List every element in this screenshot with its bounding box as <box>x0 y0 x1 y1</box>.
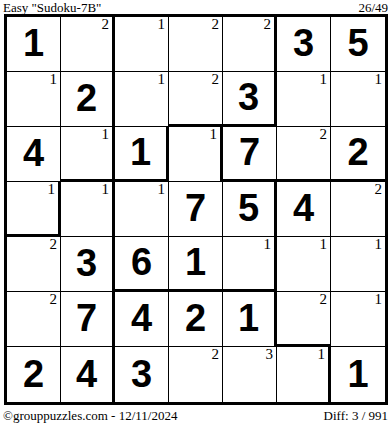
pencil-mark: 1 <box>50 72 58 87</box>
cell-r2c6[interactable]: 1 <box>277 72 331 127</box>
pencil-mark: 2 <box>212 72 220 87</box>
given-digit: 1 <box>23 24 44 62</box>
given-digit: 7 <box>76 299 97 337</box>
given-digit: 1 <box>185 243 206 281</box>
pencil-mark: 1 <box>320 72 328 87</box>
pencil-mark: 2 <box>212 347 220 362</box>
pencil-mark: 2 <box>50 292 58 307</box>
cell-r1c5[interactable]: 2 <box>223 17 277 72</box>
cell-r7c1[interactable]: 2 <box>7 347 61 402</box>
cell-r5c6[interactable]: 1 <box>277 237 331 292</box>
given-digit: 3 <box>293 24 314 62</box>
cell-r5c3[interactable]: 6 <box>115 237 169 292</box>
cell-r7c4[interactable]: 2 <box>169 347 223 402</box>
pencil-mark: 2 <box>320 127 328 142</box>
pencil-mark: 1 <box>375 237 383 252</box>
pencil-mark: 1 <box>318 347 326 362</box>
given-digit: 4 <box>76 355 97 393</box>
cell-r6c1[interactable]: 2 <box>7 292 61 347</box>
given-digit: 4 <box>23 134 44 172</box>
given-digit: 1 <box>347 355 368 393</box>
cell-r2c4[interactable]: 2 <box>169 72 223 127</box>
cell-r6c3[interactable]: 4 <box>115 292 169 347</box>
cell-r7c3[interactable]: 3 <box>115 347 169 402</box>
footer-bar: ©grouppuzzles.com - 12/11/2024 Diff: 3 /… <box>0 409 391 423</box>
cell-r4c6[interactable]: 4 <box>277 182 331 237</box>
pencil-mark: 1 <box>264 237 272 252</box>
cell-r1c6[interactable]: 3 <box>277 17 331 72</box>
cell-r4c7[interactable]: 2 <box>331 182 385 237</box>
copyright-text: ©grouppuzzles.com - 12/11/2024 <box>3 409 177 423</box>
cell-r7c6[interactable]: 1 <box>277 347 331 402</box>
cell-r2c2[interactable]: 2 <box>61 72 115 127</box>
puzzle-counter: 26/49 <box>358 1 388 14</box>
cell-r1c4[interactable]: 2 <box>169 17 223 72</box>
cell-r5c7[interactable]: 1 <box>331 237 385 292</box>
cell-r3c1[interactable]: 4 <box>7 127 61 182</box>
cell-r6c4[interactable]: 2 <box>169 292 223 347</box>
cell-r2c5[interactable]: 3 <box>223 72 277 127</box>
cell-r6c5[interactable]: 1 <box>223 292 277 347</box>
pencil-mark: 1 <box>48 182 56 197</box>
cell-r3c7[interactable]: 2 <box>331 127 385 182</box>
cell-r3c2[interactable]: 1 <box>61 127 115 182</box>
sudoku-board: 1212235121231141117221117542236111127421… <box>4 14 388 405</box>
cell-r2c1[interactable]: 1 <box>7 72 61 127</box>
pencil-mark: 3 <box>266 347 274 362</box>
pencil-mark: 2 <box>212 17 220 32</box>
cell-r3c6[interactable]: 2 <box>277 127 331 182</box>
pencil-mark: 1 <box>210 127 218 142</box>
cell-r4c1[interactable]: 1 <box>7 182 61 237</box>
pencil-mark: 2 <box>102 17 110 32</box>
cell-r7c2[interactable]: 4 <box>61 347 115 402</box>
given-digit: 2 <box>347 133 368 171</box>
cell-r7c7[interactable]: 1 <box>331 347 385 402</box>
cell-r7c5[interactable]: 3 <box>223 347 277 402</box>
cell-r1c7[interactable]: 5 <box>331 17 385 72</box>
cell-r1c3[interactable]: 1 <box>115 17 169 72</box>
cell-r1c1[interactable]: 1 <box>7 17 61 72</box>
cell-r5c1[interactable]: 2 <box>7 237 61 292</box>
cell-r1c2[interactable]: 2 <box>61 17 115 72</box>
cell-r6c7[interactable]: 1 <box>331 292 385 347</box>
cell-r2c7[interactable]: 1 <box>331 72 385 127</box>
given-digit: 7 <box>239 133 260 171</box>
pencil-mark: 1 <box>375 72 383 87</box>
cell-r3c4[interactable]: 1 <box>169 127 223 182</box>
given-digit: 1 <box>130 133 151 171</box>
cell-r4c5[interactable]: 5 <box>223 182 277 237</box>
pencil-mark: 1 <box>158 182 166 197</box>
pencil-mark: 2 <box>264 17 272 32</box>
given-digit: 2 <box>185 299 206 337</box>
pencil-mark: 1 <box>102 127 110 142</box>
pencil-mark: 1 <box>158 17 166 32</box>
given-digit: 2 <box>76 79 97 117</box>
given-digit: 1 <box>238 299 259 337</box>
given-digit: 4 <box>131 299 152 337</box>
cell-r5c5[interactable]: 1 <box>223 237 277 292</box>
pencil-mark: 2 <box>375 182 383 197</box>
pencil-mark: 1 <box>320 237 328 252</box>
difficulty-text: Diff: 3 / 991 <box>324 409 388 423</box>
given-digit: 3 <box>76 244 97 282</box>
given-digit: 7 <box>185 189 206 227</box>
given-digit: 2 <box>23 355 44 393</box>
cell-r4c4[interactable]: 7 <box>169 182 223 237</box>
header-bar: Easy "Sudoku-7B" 26/49 <box>0 0 391 14</box>
pencil-mark: 2 <box>320 292 328 307</box>
given-digit: 3 <box>131 355 152 393</box>
cell-r4c3[interactable]: 1 <box>115 182 169 237</box>
puzzle-title: Easy "Sudoku-7B" <box>3 1 101 14</box>
cell-r2c3[interactable]: 1 <box>115 72 169 127</box>
pencil-mark: 1 <box>102 182 110 197</box>
cell-r6c2[interactable]: 7 <box>61 292 115 347</box>
given-digit: 6 <box>131 243 152 281</box>
given-digit: 5 <box>347 24 368 62</box>
pencil-mark: 1 <box>375 292 383 307</box>
cell-r3c3[interactable]: 1 <box>115 127 169 182</box>
pencil-mark: 2 <box>50 237 58 252</box>
cell-r3c5[interactable]: 7 <box>223 127 277 182</box>
given-digit: 4 <box>293 189 314 227</box>
cell-r5c2[interactable]: 3 <box>61 237 115 292</box>
cell-r5c4[interactable]: 1 <box>169 237 223 292</box>
given-digit: 5 <box>238 189 259 227</box>
given-digit: 3 <box>238 78 259 116</box>
cell-r4c2[interactable]: 1 <box>61 182 115 237</box>
cell-r6c6[interactable]: 2 <box>277 292 331 347</box>
pencil-mark: 1 <box>158 72 166 87</box>
